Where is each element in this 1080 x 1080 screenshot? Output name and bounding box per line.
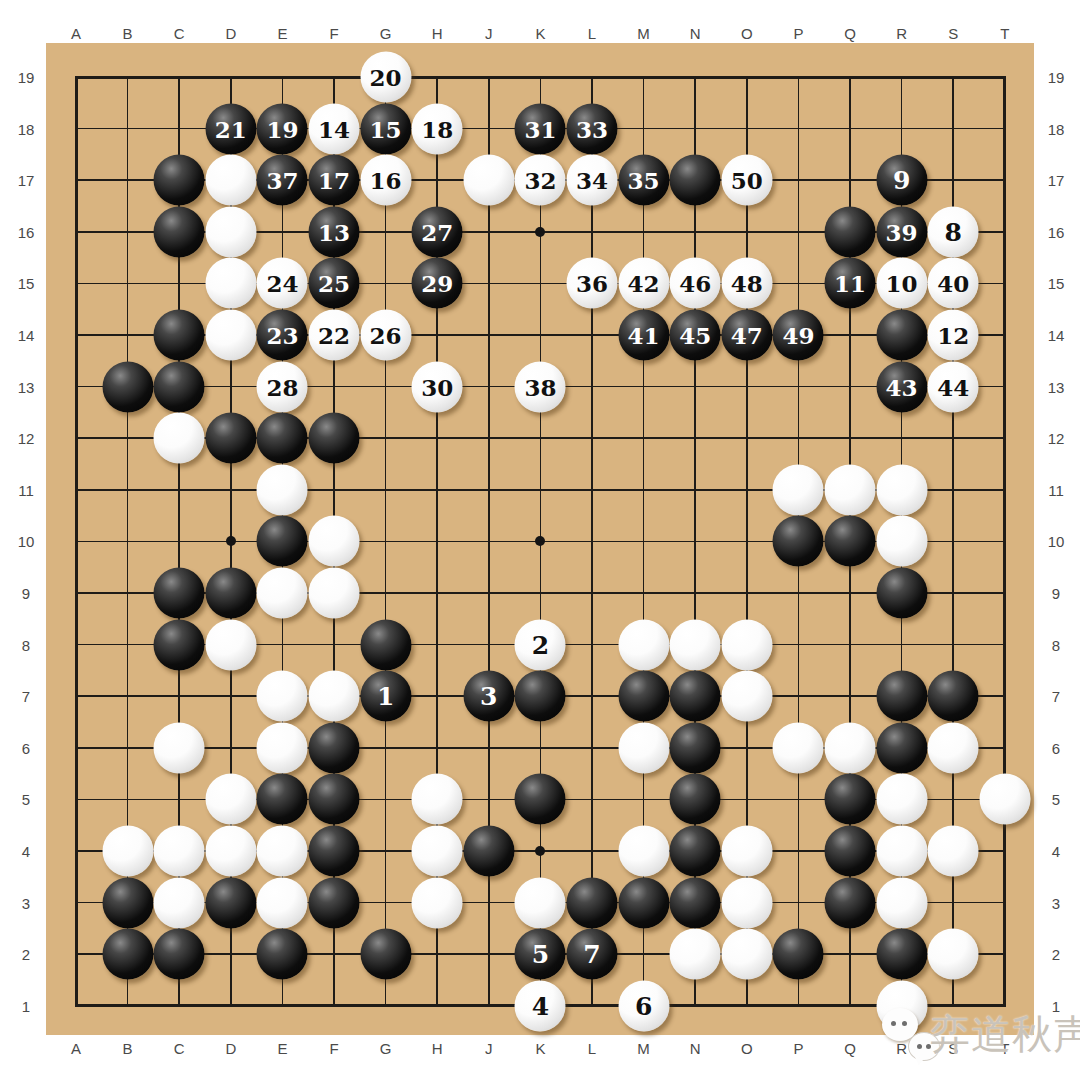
- move-number: 48: [731, 272, 763, 295]
- move-number: 15: [370, 117, 402, 140]
- stone-black-N5: [670, 774, 721, 825]
- move-number: 28: [266, 375, 298, 398]
- stone-white-O8: [721, 619, 772, 670]
- row-label-left-9: 9: [22, 585, 30, 602]
- stone-black-Q16: [825, 206, 876, 257]
- move-number: 42: [628, 272, 660, 295]
- stone-white-E7: [257, 671, 308, 722]
- stone-black-N14: 45: [670, 310, 721, 361]
- move-number: 39: [886, 220, 918, 243]
- stone-black-M3: [618, 877, 669, 928]
- stone-black-B13: [102, 361, 153, 412]
- stone-white-C4: [154, 826, 205, 877]
- stone-black-L18: 33: [567, 103, 618, 154]
- star-point: [535, 536, 545, 546]
- watermark: 弈道秋声: [880, 1004, 1060, 1074]
- column-label-top-K: K: [535, 25, 545, 42]
- row-label-left-18: 18: [18, 120, 35, 137]
- stone-white-F18: 14: [309, 103, 360, 154]
- stone-black-L3: [567, 877, 618, 928]
- star-point: [226, 536, 236, 546]
- stone-black-R17: 9: [876, 155, 927, 206]
- column-label-top-S: S: [948, 25, 958, 42]
- column-label-bottom-K: K: [535, 1040, 545, 1057]
- stone-white-O2: [721, 929, 772, 980]
- move-number: 25: [318, 272, 350, 295]
- stone-white-E3: [257, 877, 308, 928]
- row-label-right-16: 16: [1048, 223, 1065, 240]
- stone-white-Q11: [825, 464, 876, 515]
- stone-white-S13: 44: [928, 361, 979, 412]
- stone-black-F6: [309, 722, 360, 773]
- move-number: 9: [893, 168, 910, 193]
- stone-black-C8: [154, 619, 205, 670]
- stone-black-C13: [154, 361, 205, 412]
- stone-black-O14: 47: [721, 310, 772, 361]
- column-label-bottom-O: O: [741, 1040, 753, 1057]
- column-label-bottom-P: P: [793, 1040, 803, 1057]
- move-number: 30: [421, 375, 453, 398]
- row-label-left-11: 11: [18, 481, 34, 498]
- row-label-right-15: 15: [1048, 275, 1065, 292]
- move-number: 26: [370, 324, 402, 347]
- go-diagram-page: AABBCCDDEEFFGGHHJJKKLLMMNNOOPPQQRRSSTT19…: [0, 0, 1080, 1080]
- column-label-bottom-D: D: [225, 1040, 236, 1057]
- stone-black-C17: [154, 155, 205, 206]
- stone-white-F9: [309, 568, 360, 619]
- stone-white-M15: 42: [618, 258, 669, 309]
- stone-black-N7: [670, 671, 721, 722]
- stone-black-R13: 43: [876, 361, 927, 412]
- move-number: 47: [731, 324, 763, 347]
- column-label-top-P: P: [793, 25, 803, 42]
- move-number: 40: [937, 272, 969, 295]
- stone-white-K13: 38: [515, 361, 566, 412]
- grid-line-vertical: [591, 76, 593, 1008]
- stone-black-Q5: [825, 774, 876, 825]
- stone-white-C6: [154, 722, 205, 773]
- row-label-right-4: 4: [1052, 843, 1060, 860]
- stone-white-O3: [721, 877, 772, 928]
- column-label-top-F: F: [329, 25, 338, 42]
- column-label-bottom-A: A: [71, 1040, 81, 1057]
- star-point: [535, 846, 545, 856]
- stone-white-M6: [618, 722, 669, 773]
- move-number: 41: [628, 324, 660, 347]
- stone-black-B3: [102, 877, 153, 928]
- move-number: 7: [583, 942, 600, 967]
- stone-white-L15: 36: [567, 258, 618, 309]
- column-label-top-J: J: [485, 25, 493, 42]
- grid-line-vertical: [1003, 76, 1006, 1008]
- stone-white-S6: [928, 722, 979, 773]
- row-label-left-1: 1: [22, 997, 30, 1014]
- stone-black-D18: 21: [205, 103, 256, 154]
- row-label-left-3: 3: [22, 894, 30, 911]
- row-label-left-10: 10: [18, 533, 35, 550]
- stone-white-K1: 4: [515, 980, 566, 1031]
- stone-white-E15: 24: [257, 258, 308, 309]
- stone-white-R15: 10: [876, 258, 927, 309]
- row-label-right-8: 8: [1052, 636, 1060, 653]
- row-label-right-12: 12: [1048, 430, 1065, 447]
- move-number: 14: [318, 117, 350, 140]
- stone-white-N2: [670, 929, 721, 980]
- bubble-eye-icon: [891, 1021, 896, 1026]
- stone-white-H4: [412, 826, 463, 877]
- stone-black-E14: 23: [257, 310, 308, 361]
- move-number: 38: [524, 375, 556, 398]
- stone-white-J17: [463, 155, 514, 206]
- stone-black-E18: 19: [257, 103, 308, 154]
- stone-white-E11: [257, 464, 308, 515]
- stone-black-K7: [515, 671, 566, 722]
- bubble-eye-icon: [917, 1044, 922, 1049]
- column-label-bottom-C: C: [174, 1040, 185, 1057]
- stone-black-E10: [257, 516, 308, 567]
- stone-white-R3: [876, 877, 927, 928]
- column-label-top-M: M: [637, 25, 650, 42]
- stone-black-F4: [309, 826, 360, 877]
- row-label-left-12: 12: [18, 430, 35, 447]
- stone-white-O4: [721, 826, 772, 877]
- stone-white-R11: [876, 464, 927, 515]
- move-number: 19: [266, 117, 298, 140]
- row-label-left-5: 5: [22, 791, 30, 808]
- stone-white-K17: 32: [515, 155, 566, 206]
- stone-white-D14: [205, 310, 256, 361]
- star-point: [535, 227, 545, 237]
- stone-white-M1: 6: [618, 980, 669, 1031]
- row-label-left-8: 8: [22, 636, 30, 653]
- stone-white-O17: 50: [721, 155, 772, 206]
- stone-white-S15: 40: [928, 258, 979, 309]
- watermark-text: 弈道秋声: [930, 1014, 1080, 1054]
- column-label-bottom-B: B: [123, 1040, 133, 1057]
- move-number: 1: [377, 684, 394, 709]
- stone-black-E17: 37: [257, 155, 308, 206]
- stone-white-O7: [721, 671, 772, 722]
- column-label-top-C: C: [174, 25, 185, 42]
- row-label-left-4: 4: [22, 843, 30, 860]
- stone-black-K5: [515, 774, 566, 825]
- row-label-right-9: 9: [1052, 585, 1060, 602]
- stone-black-E5: [257, 774, 308, 825]
- stone-black-N3: [670, 877, 721, 928]
- stone-black-G8: [360, 619, 411, 670]
- column-label-top-N: N: [690, 25, 701, 42]
- row-label-left-2: 2: [22, 946, 30, 963]
- stone-white-S2: [928, 929, 979, 980]
- stone-white-D17: [205, 155, 256, 206]
- stone-white-N15: 46: [670, 258, 721, 309]
- stone-black-Q10: [825, 516, 876, 567]
- stone-black-M14: 41: [618, 310, 669, 361]
- move-number: 36: [576, 272, 608, 295]
- row-label-right-3: 3: [1052, 894, 1060, 911]
- column-label-top-E: E: [277, 25, 287, 42]
- move-number: 32: [524, 169, 556, 192]
- move-number: 5: [532, 942, 549, 967]
- move-number: 12: [937, 324, 969, 347]
- move-number: 37: [266, 169, 298, 192]
- column-label-top-T: T: [1000, 25, 1009, 42]
- stone-white-B4: [102, 826, 153, 877]
- stone-black-D3: [205, 877, 256, 928]
- stone-white-E9: [257, 568, 308, 619]
- stone-black-R6: [876, 722, 927, 773]
- stone-black-P2: [773, 929, 824, 980]
- stone-black-K18: 31: [515, 103, 566, 154]
- stone-black-C16: [154, 206, 205, 257]
- move-number: 46: [679, 272, 711, 295]
- move-number: 3: [480, 684, 497, 709]
- stone-white-K8: 2: [515, 619, 566, 670]
- stone-black-Q15: 11: [825, 258, 876, 309]
- move-number: 2: [532, 632, 549, 657]
- stone-white-P6: [773, 722, 824, 773]
- stone-white-D15: [205, 258, 256, 309]
- move-number: 45: [679, 324, 711, 347]
- stone-black-C2: [154, 929, 205, 980]
- stone-white-O15: 48: [721, 258, 772, 309]
- column-label-top-O: O: [741, 25, 753, 42]
- stone-white-C12: [154, 413, 205, 464]
- move-number: 43: [886, 375, 918, 398]
- stone-black-G18: 15: [360, 103, 411, 154]
- stone-black-M7: [618, 671, 669, 722]
- stone-black-J4: [463, 826, 514, 877]
- stone-black-N17: [670, 155, 721, 206]
- column-label-top-H: H: [432, 25, 443, 42]
- column-label-top-G: G: [380, 25, 392, 42]
- row-label-left-14: 14: [18, 327, 35, 344]
- stone-white-M4: [618, 826, 669, 877]
- stone-black-L2: 7: [567, 929, 618, 980]
- stone-black-S7: [928, 671, 979, 722]
- column-label-bottom-L: L: [588, 1040, 596, 1057]
- move-number: 34: [576, 169, 608, 192]
- move-number: 22: [318, 324, 350, 347]
- column-label-top-D: D: [225, 25, 236, 42]
- row-label-right-7: 7: [1052, 688, 1060, 705]
- stone-white-M8: [618, 619, 669, 670]
- stone-black-R2: [876, 929, 927, 980]
- stone-white-E6: [257, 722, 308, 773]
- stone-black-F15: 25: [309, 258, 360, 309]
- move-number: 13: [318, 220, 350, 243]
- move-number: 10: [886, 272, 918, 295]
- column-label-bottom-H: H: [432, 1040, 443, 1057]
- stone-white-S16: 8: [928, 206, 979, 257]
- move-number: 33: [576, 117, 608, 140]
- stone-black-R9: [876, 568, 927, 619]
- stone-black-M17: 35: [618, 155, 669, 206]
- stone-black-D12: [205, 413, 256, 464]
- stone-black-R7: [876, 671, 927, 722]
- column-label-bottom-E: E: [277, 1040, 287, 1057]
- move-number: 35: [628, 169, 660, 192]
- column-label-top-L: L: [588, 25, 596, 42]
- stone-black-R14: [876, 310, 927, 361]
- row-label-right-18: 18: [1048, 120, 1065, 137]
- move-number: 16: [370, 169, 402, 192]
- stone-white-F7: [309, 671, 360, 722]
- move-number: 18: [421, 117, 453, 140]
- move-number: 29: [421, 272, 453, 295]
- stone-white-D8: [205, 619, 256, 670]
- stone-white-C3: [154, 877, 205, 928]
- stone-white-H3: [412, 877, 463, 928]
- row-label-right-13: 13: [1048, 378, 1065, 395]
- stone-white-R5: [876, 774, 927, 825]
- stone-black-F12: [309, 413, 360, 464]
- stone-black-Q4: [825, 826, 876, 877]
- column-label-bottom-G: G: [380, 1040, 392, 1057]
- stone-black-G2: [360, 929, 411, 980]
- stone-black-H15: 29: [412, 258, 463, 309]
- row-label-right-14: 14: [1048, 327, 1065, 344]
- move-number: 17: [318, 169, 350, 192]
- move-number: 6: [635, 993, 652, 1018]
- row-label-right-10: 10: [1048, 533, 1065, 550]
- stone-white-E4: [257, 826, 308, 877]
- move-number: 24: [266, 272, 298, 295]
- stone-black-E2: [257, 929, 308, 980]
- stone-white-R10: [876, 516, 927, 567]
- stone-black-F3: [309, 877, 360, 928]
- stone-black-B2: [102, 929, 153, 980]
- stone-white-G14: 26: [360, 310, 411, 361]
- stone-black-C14: [154, 310, 205, 361]
- row-label-right-5: 5: [1052, 791, 1060, 808]
- move-number: 4: [532, 993, 549, 1018]
- stone-white-F10: [309, 516, 360, 567]
- stone-black-D9: [205, 568, 256, 619]
- stone-black-P10: [773, 516, 824, 567]
- column-label-bottom-N: N: [690, 1040, 701, 1057]
- stone-white-Q6: [825, 722, 876, 773]
- column-label-top-A: A: [71, 25, 81, 42]
- move-number: 44: [937, 375, 969, 398]
- stone-white-D16: [205, 206, 256, 257]
- move-number: 49: [782, 324, 814, 347]
- move-number: 20: [370, 66, 402, 89]
- stone-white-S14: 12: [928, 310, 979, 361]
- stone-white-G17: 16: [360, 155, 411, 206]
- stone-black-R16: 39: [876, 206, 927, 257]
- stone-black-H16: 27: [412, 206, 463, 257]
- stone-white-P11: [773, 464, 824, 515]
- stone-white-R4: [876, 826, 927, 877]
- stone-black-G7: 1: [360, 671, 411, 722]
- stone-white-H18: 18: [412, 103, 463, 154]
- stone-black-Q3: [825, 877, 876, 928]
- column-label-bottom-J: J: [485, 1040, 493, 1057]
- column-label-top-R: R: [896, 25, 907, 42]
- stone-white-D5: [205, 774, 256, 825]
- stone-white-H5: [412, 774, 463, 825]
- row-label-left-15: 15: [18, 275, 35, 292]
- stone-black-N6: [670, 722, 721, 773]
- move-number: 21: [215, 117, 247, 140]
- row-label-right-6: 6: [1052, 739, 1060, 756]
- column-label-top-B: B: [123, 25, 133, 42]
- move-number: 23: [266, 324, 298, 347]
- stone-black-C9: [154, 568, 205, 619]
- move-number: 50: [731, 169, 763, 192]
- column-label-bottom-Q: Q: [844, 1040, 856, 1057]
- stone-white-G19: 20: [360, 52, 411, 103]
- row-label-right-19: 19: [1048, 69, 1065, 86]
- stone-white-E13: 28: [257, 361, 308, 412]
- move-number: 11: [834, 272, 866, 295]
- row-label-left-6: 6: [22, 739, 30, 756]
- row-label-left-19: 19: [18, 69, 35, 86]
- stone-black-P14: 49: [773, 310, 824, 361]
- row-label-right-2: 2: [1052, 946, 1060, 963]
- stone-black-F5: [309, 774, 360, 825]
- stone-black-F17: 17: [309, 155, 360, 206]
- stone-white-N8: [670, 619, 721, 670]
- row-label-right-11: 11: [1048, 481, 1064, 498]
- row-label-left-17: 17: [18, 172, 35, 189]
- stone-black-J7: 3: [463, 671, 514, 722]
- column-label-bottom-M: M: [637, 1040, 650, 1057]
- row-label-left-16: 16: [18, 223, 35, 240]
- move-number: 31: [524, 117, 556, 140]
- stone-white-F14: 22: [309, 310, 360, 361]
- stone-white-S4: [928, 826, 979, 877]
- move-number: 27: [421, 220, 453, 243]
- column-label-bottom-F: F: [329, 1040, 338, 1057]
- stone-black-K2: 5: [515, 929, 566, 980]
- stone-black-E12: [257, 413, 308, 464]
- stone-white-H13: 30: [412, 361, 463, 412]
- bubble-eye-icon: [902, 1021, 907, 1026]
- stone-white-T5: [979, 774, 1030, 825]
- stone-white-K3: [515, 877, 566, 928]
- row-label-left-13: 13: [18, 378, 35, 395]
- stone-white-D4: [205, 826, 256, 877]
- move-number: 8: [944, 219, 961, 244]
- stone-black-F16: 13: [309, 206, 360, 257]
- stone-white-L17: 34: [567, 155, 618, 206]
- column-label-top-Q: Q: [844, 25, 856, 42]
- stone-black-N4: [670, 826, 721, 877]
- row-label-right-17: 17: [1048, 172, 1065, 189]
- row-label-left-7: 7: [22, 688, 30, 705]
